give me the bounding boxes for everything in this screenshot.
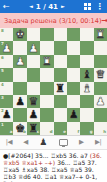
last-move-button[interactable]: ▶| bbox=[95, 136, 101, 149]
chess-board: 8♚♜7♟♟6♟♜5♝♛4♜♝3♟♛♟2♟♟♟1ab♚c♜defgh bbox=[0, 28, 107, 135]
square-g6[interactable] bbox=[80, 55, 93, 68]
piece-black-p-f2[interactable]: ♟ bbox=[69, 109, 79, 120]
square-h5[interactable]: ♛ bbox=[94, 68, 107, 81]
square-c5[interactable] bbox=[27, 68, 40, 81]
piece-black-p-c2[interactable]: ♟ bbox=[29, 109, 39, 120]
square-e6[interactable] bbox=[54, 55, 67, 68]
piece-white-k-b8[interactable]: ♚ bbox=[15, 29, 25, 40]
square-h8[interactable]: ♜ bbox=[94, 28, 107, 41]
rank-label-8: 8 bbox=[1, 29, 4, 33]
file-label-c: c bbox=[37, 130, 39, 134]
square-c4[interactable] bbox=[27, 82, 40, 95]
file-label-b: b bbox=[23, 130, 26, 134]
rank-label-5: 5 bbox=[1, 69, 4, 73]
file-label-e: e bbox=[63, 130, 66, 134]
appbar-actions: ⋮ bbox=[84, 0, 104, 13]
square-b3[interactable]: ♟ bbox=[13, 95, 26, 108]
app-bar: ← ◄ 1 / 41 ► ⋮ bbox=[0, 0, 107, 13]
next-arrow-icon[interactable]: → bbox=[101, 16, 107, 25]
square-e1[interactable]: e bbox=[54, 122, 67, 135]
piece-black-q-c3[interactable]: ♛ bbox=[29, 96, 39, 107]
square-d2[interactable] bbox=[40, 108, 53, 121]
square-c6[interactable] bbox=[27, 55, 40, 68]
back-icon[interactable]: ← bbox=[3, 0, 10, 13]
piece-black-b-g5[interactable]: ♝ bbox=[82, 69, 92, 80]
notation-panel: ●[#2064] 35... ♖xb5 36. a7 (36. ♕xb5 ♕xa… bbox=[0, 150, 107, 182]
square-a8[interactable]: 8 bbox=[0, 28, 13, 41]
square-a5[interactable]: 5 bbox=[0, 68, 13, 81]
square-g3[interactable] bbox=[80, 95, 93, 108]
square-c1[interactable]: c♜ bbox=[27, 122, 40, 135]
square-d7[interactable] bbox=[40, 41, 53, 54]
piece-white-p-c7[interactable]: ♟ bbox=[29, 43, 39, 54]
rank-label-4: 4 bbox=[1, 83, 4, 87]
square-f5[interactable] bbox=[67, 68, 80, 81]
first-move-button[interactable]: |◀ bbox=[6, 136, 12, 149]
notation-main-line[interactable]: ●[#2064] 35... ♖xb5 36. a7 bbox=[3, 152, 88, 159]
square-a7[interactable]: 7♟ bbox=[0, 41, 13, 54]
square-f2[interactable]: ♟ bbox=[67, 108, 80, 121]
board-view-button[interactable] bbox=[59, 139, 68, 146]
square-c8[interactable] bbox=[27, 28, 40, 41]
next-move-button[interactable]: ▶ bbox=[79, 136, 84, 149]
file-label-f: f bbox=[78, 130, 80, 134]
pieces-button[interactable]: ♟ bbox=[39, 136, 47, 149]
square-c2[interactable]: ♟ bbox=[27, 108, 40, 121]
piece-black-r-e4[interactable]: ♜ bbox=[55, 83, 65, 94]
square-g5[interactable]: ♝ bbox=[80, 68, 93, 81]
square-g2[interactable] bbox=[80, 108, 93, 121]
square-g7[interactable] bbox=[80, 41, 93, 54]
square-b6[interactable]: ♟ bbox=[13, 55, 26, 68]
piece-white-p-h3[interactable]: ♟ bbox=[95, 96, 105, 107]
square-c7[interactable]: ♟ bbox=[27, 41, 40, 54]
square-d6[interactable]: ♜ bbox=[40, 55, 53, 68]
app-screen: ← ◄ 1 / 41 ► ⋮ Задача решена (3/10, 00:1… bbox=[0, 0, 107, 182]
square-a3[interactable]: 3 bbox=[0, 95, 13, 108]
square-f6[interactable] bbox=[67, 55, 80, 68]
status-text: Задача решена (3/10, 00:14) bbox=[4, 17, 101, 25]
square-e5[interactable] bbox=[54, 68, 67, 81]
puzzle-counter: 1 / 41 bbox=[36, 3, 58, 11]
square-b8[interactable]: ♚ bbox=[13, 28, 26, 41]
puzzle-pager: ◄ 1 / 41 ► bbox=[29, 0, 65, 13]
file-label-d: d bbox=[50, 130, 53, 134]
square-d3[interactable] bbox=[40, 95, 53, 108]
square-f1[interactable]: f bbox=[67, 122, 80, 135]
square-a4[interactable]: 4 bbox=[0, 82, 13, 95]
square-f8[interactable] bbox=[67, 28, 80, 41]
square-g8[interactable] bbox=[80, 28, 93, 41]
piece-white-r-d6[interactable]: ♜ bbox=[42, 56, 52, 67]
square-a2[interactable]: 2♟ bbox=[0, 108, 13, 121]
rank-label-3: 3 bbox=[1, 96, 4, 100]
piece-white-q-h5[interactable]: ♛ bbox=[95, 69, 105, 80]
square-f3[interactable] bbox=[67, 95, 80, 108]
square-e4[interactable]: ♜ bbox=[54, 82, 67, 95]
square-g4[interactable]: ♝ bbox=[80, 82, 93, 95]
square-e8[interactable] bbox=[54, 28, 67, 41]
file-label-g: g bbox=[90, 130, 93, 134]
square-h1[interactable]: h bbox=[94, 122, 107, 135]
square-h3[interactable]: ♟ bbox=[94, 95, 107, 108]
square-b7[interactable] bbox=[13, 41, 26, 54]
square-c3[interactable]: ♛ bbox=[27, 95, 40, 108]
square-h4[interactable] bbox=[94, 82, 107, 95]
file-label-h: h bbox=[103, 130, 106, 134]
overflow-menu-icon[interactable]: ⋮ bbox=[96, 0, 104, 13]
next-puzzle-icon[interactable]: ► bbox=[61, 0, 65, 13]
piece-white-p-b6[interactable]: ♟ bbox=[15, 56, 25, 67]
square-e3[interactable] bbox=[54, 95, 67, 108]
square-a6[interactable]: 6 bbox=[0, 55, 13, 68]
square-d1[interactable]: d bbox=[40, 122, 53, 135]
square-h7[interactable] bbox=[94, 41, 107, 54]
square-e7[interactable] bbox=[54, 41, 67, 54]
piece-white-r-h8[interactable]: ♜ bbox=[95, 29, 105, 40]
rank-label-1: 1 bbox=[1, 123, 4, 127]
prev-puzzle-icon[interactable]: ◄ bbox=[29, 0, 33, 13]
square-f7[interactable] bbox=[67, 41, 80, 54]
square-d4[interactable] bbox=[40, 82, 53, 95]
rank-label-6: 6 bbox=[1, 56, 4, 60]
square-f4[interactable] bbox=[67, 82, 80, 95]
square-b1[interactable]: b♚ bbox=[13, 122, 26, 135]
piece-white-b-g4[interactable]: ♝ bbox=[82, 83, 92, 94]
square-a1[interactable]: 1a bbox=[0, 122, 13, 135]
square-d5[interactable] bbox=[40, 68, 53, 81]
grid-icon[interactable] bbox=[84, 3, 91, 10]
file-label-a: a bbox=[10, 130, 13, 134]
rank-label-7: 7 bbox=[1, 42, 4, 46]
square-b5[interactable] bbox=[13, 68, 26, 81]
square-g1[interactable]: g bbox=[80, 122, 93, 135]
square-d8[interactable] bbox=[40, 28, 53, 41]
square-h2[interactable] bbox=[94, 108, 107, 121]
square-e2[interactable] bbox=[54, 108, 67, 121]
prev-move-button[interactable]: ◀ bbox=[23, 136, 28, 149]
piece-black-p-b3[interactable]: ♟ bbox=[15, 96, 25, 107]
square-h6[interactable] bbox=[94, 55, 107, 68]
status-banner: Задача решена (3/10, 00:14) → bbox=[0, 13, 107, 28]
rank-label-2: 2 bbox=[1, 109, 4, 113]
square-b4[interactable] bbox=[13, 82, 26, 95]
move-nav-toolbar: |◀ ◀ ♟ ▶ ▶| bbox=[0, 135, 107, 150]
square-b2[interactable] bbox=[13, 108, 26, 121]
